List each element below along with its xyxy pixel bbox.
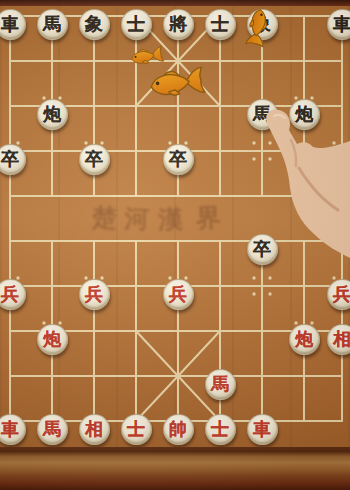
pointing-hand (266, 109, 350, 258)
goldfish-sticker-on-piece (246, 8, 269, 46)
overlay-layer (0, 0, 350, 490)
goldfish-sticker-small (130, 46, 163, 66)
xiangqi-board-photo: 楚河 漢界 車馬象士將士象車炮馬炮卒卒卒卒卒兵兵兵兵炮炮相馬車馬相士帥士車 (0, 0, 350, 490)
goldfish-sticker-large (149, 67, 204, 99)
table-edge (0, 447, 350, 490)
